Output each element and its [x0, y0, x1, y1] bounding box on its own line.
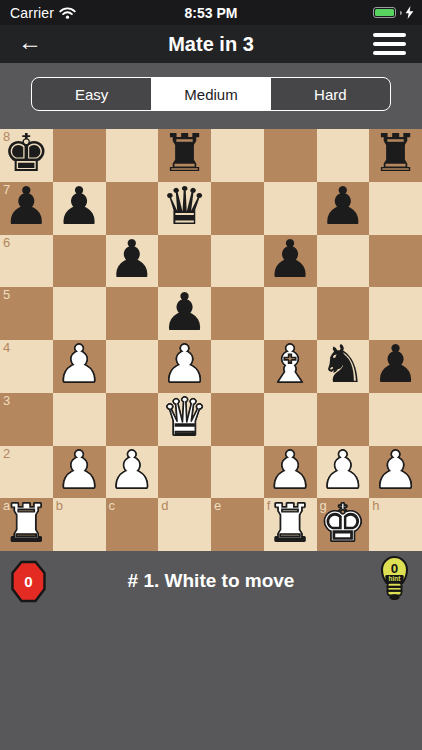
- black-pawn-b7[interactable]: ♟: [56, 180, 103, 232]
- square-b4[interactable]: ♟: [53, 340, 106, 393]
- square-a8[interactable]: 8♚: [0, 129, 53, 182]
- square-e8[interactable]: [211, 129, 264, 182]
- white-rook-f1[interactable]: ♜: [267, 497, 314, 549]
- square-h1[interactable]: h: [369, 498, 422, 551]
- square-b1[interactable]: b: [53, 498, 106, 551]
- square-g1[interactable]: g♚: [317, 498, 370, 551]
- difficulty-segmented-control: Easy Medium Hard: [31, 77, 391, 111]
- square-a1[interactable]: a♜: [0, 498, 53, 551]
- black-pawn-g7[interactable]: ♟: [320, 180, 367, 232]
- wifi-icon: [59, 7, 76, 19]
- square-f8[interactable]: [264, 129, 317, 182]
- square-h6[interactable]: [369, 235, 422, 288]
- square-f7[interactable]: [264, 182, 317, 235]
- hint-label: hint: [389, 575, 402, 582]
- square-b2[interactable]: ♟: [53, 446, 106, 499]
- chess-board[interactable]: 8♚♜♜7♟♟♛♟6♟♟5♟4♟♟♝♞♟3♛2♟♟♟♟♟a♜bcdef♜g♚h: [0, 129, 422, 551]
- black-knight-g4[interactable]: ♞: [320, 338, 367, 390]
- square-g3[interactable]: [317, 393, 370, 446]
- hamburger-menu-icon[interactable]: [373, 33, 406, 56]
- coord-label-a5: 5: [3, 288, 10, 302]
- square-e2[interactable]: [211, 446, 264, 499]
- square-f3[interactable]: [264, 393, 317, 446]
- square-d3[interactable]: ♛: [158, 393, 211, 446]
- coord-label-a6: 6: [3, 236, 10, 250]
- square-b6[interactable]: [53, 235, 106, 288]
- black-pawn-d5[interactable]: ♟: [161, 286, 208, 338]
- white-pawn-c2[interactable]: ♟: [109, 444, 156, 496]
- square-d7[interactable]: ♛: [158, 182, 211, 235]
- square-g4[interactable]: ♞: [317, 340, 370, 393]
- coord-label-c1: c: [109, 499, 116, 513]
- coord-label-h1: h: [372, 499, 379, 513]
- square-h3[interactable]: [369, 393, 422, 446]
- square-a6[interactable]: 6: [0, 235, 53, 288]
- bottom-bar: 0 # 1. White to move 0 hint: [0, 551, 422, 611]
- square-f4[interactable]: ♝: [264, 340, 317, 393]
- square-c3[interactable]: [106, 393, 159, 446]
- hint-count: 0: [391, 561, 398, 576]
- white-pawn-g2[interactable]: ♟: [320, 444, 367, 496]
- square-d4[interactable]: ♟: [158, 340, 211, 393]
- square-d2[interactable]: [158, 446, 211, 499]
- square-a5[interactable]: 5: [0, 287, 53, 340]
- move-status-text: # 1. White to move: [0, 551, 422, 611]
- coord-label-e1: e: [214, 499, 221, 513]
- black-pawn-h4[interactable]: ♟: [372, 338, 419, 390]
- square-b8[interactable]: [53, 129, 106, 182]
- back-arrow-icon[interactable]: ←: [0, 30, 58, 58]
- black-pawn-a7[interactable]: ♟: [3, 180, 50, 232]
- tab-hard[interactable]: Hard: [271, 78, 390, 110]
- square-c5[interactable]: [106, 287, 159, 340]
- white-pawn-d4[interactable]: ♟: [161, 338, 208, 390]
- square-h7[interactable]: [369, 182, 422, 235]
- square-e3[interactable]: [211, 393, 264, 446]
- square-c1[interactable]: c: [106, 498, 159, 551]
- square-f5[interactable]: [264, 287, 317, 340]
- square-d1[interactable]: d: [158, 498, 211, 551]
- carrier-label: Carrier: [10, 5, 54, 21]
- status-bar: Carrier 8:53 PM: [0, 0, 422, 25]
- square-h8[interactable]: ♜: [369, 129, 422, 182]
- coord-label-a3: 3: [3, 394, 10, 408]
- square-c2[interactable]: ♟: [106, 446, 159, 499]
- black-king-a8[interactable]: ♚: [3, 127, 50, 179]
- square-g8[interactable]: [317, 129, 370, 182]
- coord-label-a2: 2: [3, 447, 10, 461]
- black-rook-h8[interactable]: ♜: [372, 127, 419, 179]
- square-g6[interactable]: [317, 235, 370, 288]
- square-a7[interactable]: 7♟: [0, 182, 53, 235]
- square-e7[interactable]: [211, 182, 264, 235]
- square-c6[interactable]: ♟: [106, 235, 159, 288]
- battery-nub: [400, 11, 402, 15]
- square-c8[interactable]: [106, 129, 159, 182]
- black-rook-d8[interactable]: ♜: [161, 127, 208, 179]
- square-e4[interactable]: [211, 340, 264, 393]
- square-h4[interactable]: ♟: [369, 340, 422, 393]
- black-pawn-f6[interactable]: ♟: [267, 233, 314, 285]
- square-h2[interactable]: ♟: [369, 446, 422, 499]
- square-f6[interactable]: ♟: [264, 235, 317, 288]
- square-a4[interactable]: 4: [0, 340, 53, 393]
- square-c4[interactable]: [106, 340, 159, 393]
- square-c7[interactable]: [106, 182, 159, 235]
- white-bishop-f4[interactable]: ♝: [267, 338, 314, 390]
- page-title: Mate in 3: [0, 33, 422, 56]
- charging-bolt-icon: [405, 6, 414, 19]
- white-pawn-b4[interactable]: ♟: [56, 338, 103, 390]
- coord-label-a4: 4: [3, 341, 10, 355]
- square-e6[interactable]: [211, 235, 264, 288]
- coord-label-d1: d: [161, 499, 168, 513]
- square-f2[interactable]: ♟: [264, 446, 317, 499]
- white-queen-d3[interactable]: ♛: [161, 391, 208, 443]
- tab-easy[interactable]: Easy: [32, 78, 151, 110]
- coord-label-b1: b: [56, 499, 63, 513]
- square-b7[interactable]: ♟: [53, 182, 106, 235]
- battery-icon: [373, 7, 396, 18]
- square-e5[interactable]: [211, 287, 264, 340]
- square-f1[interactable]: f♜: [264, 498, 317, 551]
- black-pawn-c6[interactable]: ♟: [109, 233, 156, 285]
- white-pawn-h2[interactable]: ♟: [372, 444, 419, 496]
- white-pawn-f2[interactable]: ♟: [267, 444, 314, 496]
- square-d6[interactable]: [158, 235, 211, 288]
- tab-medium[interactable]: Medium: [151, 78, 270, 110]
- square-g2[interactable]: ♟: [317, 446, 370, 499]
- white-pawn-b2[interactable]: ♟: [56, 444, 103, 496]
- square-b5[interactable]: [53, 287, 106, 340]
- square-h5[interactable]: [369, 287, 422, 340]
- white-rook-a1[interactable]: ♜: [3, 497, 50, 549]
- square-d5[interactable]: ♟: [158, 287, 211, 340]
- square-e1[interactable]: e: [211, 498, 264, 551]
- black-queen-d7[interactable]: ♛: [161, 180, 208, 232]
- square-g7[interactable]: ♟: [317, 182, 370, 235]
- hint-lightbulb-icon[interactable]: 0 hint: [380, 555, 409, 607]
- square-b3[interactable]: [53, 393, 106, 446]
- white-king-g1[interactable]: ♚: [320, 497, 367, 549]
- square-g5[interactable]: [317, 287, 370, 340]
- square-a3[interactable]: 3: [0, 393, 53, 446]
- square-a2[interactable]: 2: [0, 446, 53, 499]
- nav-bar: ← Mate in 3: [0, 25, 422, 63]
- square-d8[interactable]: ♜: [158, 129, 211, 182]
